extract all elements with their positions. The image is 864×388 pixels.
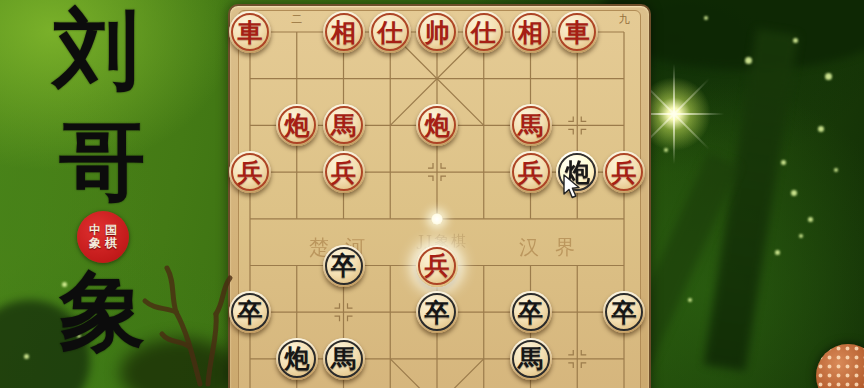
tree-trunk — [704, 29, 799, 371]
piece-red-horse[interactable]: 馬 — [323, 104, 365, 146]
bokeh-light — [791, 190, 797, 196]
piece-character: 兵 — [323, 151, 365, 193]
piece-red-elephant[interactable]: 相 — [323, 11, 365, 53]
river-label-right: 汉界 — [499, 234, 595, 261]
piece-character: 馬 — [510, 104, 552, 146]
mushroom — [816, 344, 864, 388]
piece-red-pawn[interactable]: 兵 — [323, 151, 365, 193]
piece-red-general[interactable]: 帅 — [416, 11, 458, 53]
piece-character: 車 — [229, 11, 271, 53]
piece-character: 炮 — [416, 104, 458, 146]
piece-red-rook[interactable]: 車 — [556, 11, 598, 53]
piece-black-horse[interactable]: 馬 — [323, 338, 365, 380]
piece-red-advisor[interactable]: 仕 — [369, 11, 411, 53]
piece-black-pawn[interactable]: 卒 — [229, 291, 271, 333]
calligraphy-char-3: 象 — [42, 268, 162, 354]
piece-black-pawn[interactable]: 卒 — [416, 291, 458, 333]
piece-character: 兵 — [229, 151, 271, 193]
piece-character: 相 — [323, 11, 365, 53]
piece-red-elephant[interactable]: 相 — [510, 11, 552, 53]
piece-character: 仕 — [369, 11, 411, 53]
piece-character: 帅 — [416, 11, 458, 53]
piece-red-cannon[interactable]: 炮 — [416, 104, 458, 146]
file-label-2: 二 — [290, 12, 304, 27]
piece-character: 卒 — [603, 291, 645, 333]
piece-character: 相 — [510, 11, 552, 53]
calligraphy-char-2: 哥 — [42, 118, 162, 204]
piece-character: 馬 — [323, 338, 365, 380]
piece-red-advisor[interactable]: 仕 — [463, 11, 505, 53]
piece-black-cannon[interactable]: 炮 — [276, 338, 318, 380]
bokeh-light — [808, 217, 813, 222]
game-scene: 刘 哥 象 中国 象棋 二九 楚河 汉界 JJ象棋 車相仕帅仕相車炮馬炮馬兵兵兵… — [0, 0, 864, 388]
calligraphy-char-1: 刘 — [36, 6, 156, 92]
piece-character: 兵 — [510, 151, 552, 193]
china-chess-seal: 中国 象棋 — [77, 211, 129, 263]
bokeh-light — [834, 168, 838, 172]
piece-character: 卒 — [416, 291, 458, 333]
piece-red-pawn[interactable]: 兵 — [603, 151, 645, 193]
last-move-origin-marker — [431, 213, 443, 225]
piece-character: 卒 — [229, 291, 271, 333]
piece-red-pawn[interactable]: 兵 — [510, 151, 552, 193]
file-label-9: 九 — [617, 12, 631, 27]
piece-character: 兵 — [416, 245, 458, 287]
piece-character: 卒 — [323, 245, 365, 287]
bokeh-light — [704, 16, 708, 20]
piece-character: 馬 — [323, 104, 365, 146]
piece-character: 卒 — [510, 291, 552, 333]
piece-character: 炮 — [276, 104, 318, 146]
xiangqi-board[interactable]: 二九 楚河 汉界 JJ象棋 車相仕帅仕相車炮馬炮馬兵兵兵炮兵卒兵卒卒卒卒炮馬馬 — [228, 4, 651, 388]
bokeh-light — [775, 250, 780, 255]
bokeh-light — [818, 126, 824, 132]
bokeh-light — [781, 160, 786, 165]
piece-character: 馬 — [510, 338, 552, 380]
bokeh-light — [24, 354, 29, 359]
piece-red-rook[interactable]: 車 — [229, 11, 271, 53]
piece-character: 車 — [556, 11, 598, 53]
piece-black-horse[interactable]: 馬 — [510, 338, 552, 380]
piece-red-pawn[interactable]: 兵 — [416, 245, 458, 287]
piece-red-cannon[interactable]: 炮 — [276, 104, 318, 146]
piece-character: 仕 — [463, 11, 505, 53]
bokeh-light — [799, 234, 803, 238]
piece-red-horse[interactable]: 馬 — [510, 104, 552, 146]
piece-black-pawn[interactable]: 卒 — [510, 291, 552, 333]
piece-black-pawn[interactable]: 卒 — [323, 245, 365, 287]
bokeh-light — [664, 148, 668, 152]
piece-character: 炮 — [556, 151, 598, 193]
seal-text-bottom: 象棋 — [85, 237, 121, 250]
piece-red-pawn[interactable]: 兵 — [229, 151, 271, 193]
bokeh-light — [688, 298, 692, 302]
piece-character: 兵 — [603, 151, 645, 193]
bokeh-light — [745, 57, 752, 64]
piece-black-pawn[interactable]: 卒 — [603, 291, 645, 333]
bokeh-light — [825, 73, 832, 80]
piece-black-cannon[interactable]: 炮 — [556, 151, 598, 193]
bokeh-light — [793, 38, 798, 43]
piece-character: 炮 — [276, 338, 318, 380]
